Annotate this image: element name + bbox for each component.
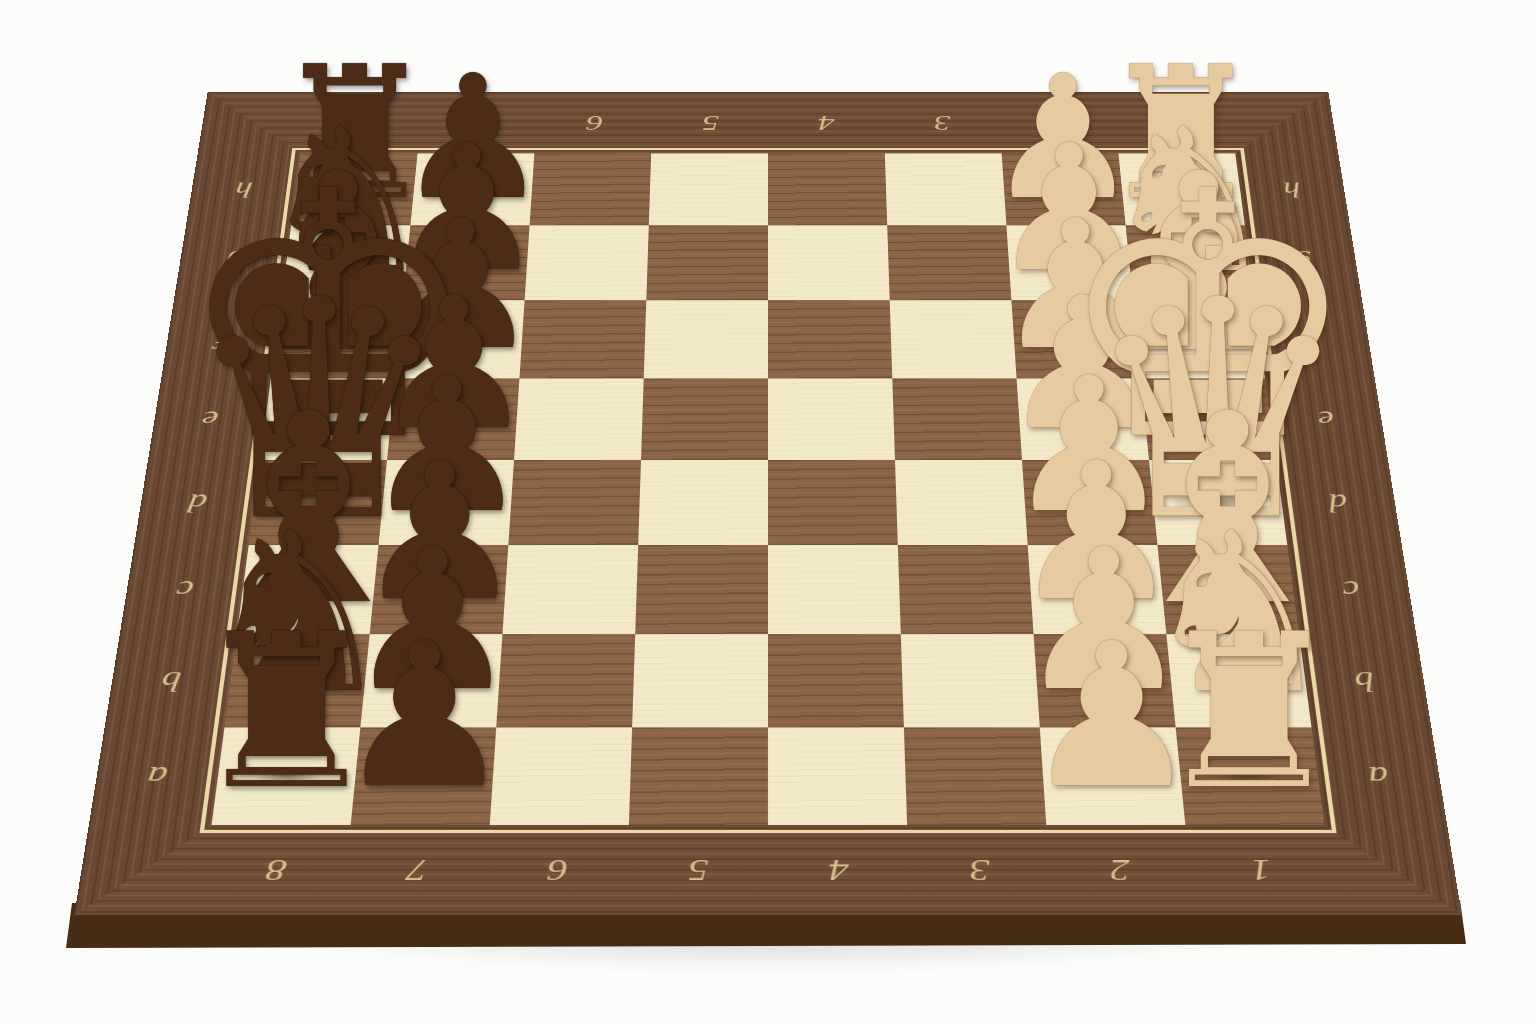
piece-white-rook-a1[interactable]: ♜ xyxy=(1154,605,1345,818)
chessboard-photo-scene: hh88gg77ff66ee55dd44cc33bb22aa11 ♜♞♝♛♚♝♞… xyxy=(0,0,1536,1024)
pieces-layer: ♜♞♝♛♚♝♞♜♟♟♟♟♟♟♟♟♟♟♟♟♟♟♟♟♜♞♝♛♚♝♞♜ xyxy=(0,0,1536,1024)
piece-black-pawn-a7[interactable]: ♟ xyxy=(335,616,514,815)
